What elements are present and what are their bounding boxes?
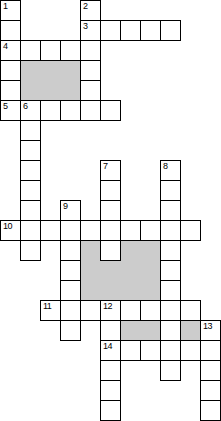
- cell-r16-c5[interactable]: [100, 320, 121, 341]
- cell-r1-c4[interactable]: 3: [80, 20, 101, 41]
- clue-number: 8: [163, 162, 168, 171]
- cell-r4-c2: [40, 80, 61, 101]
- cell-r17-c6[interactable]: [120, 340, 141, 361]
- cell-r17-c5[interactable]: 14: [100, 340, 121, 361]
- clue-number: 4: [3, 42, 8, 51]
- cell-r2-c2[interactable]: [40, 40, 61, 61]
- cell-r5-c1[interactable]: 6: [20, 100, 41, 121]
- cell-r2-c4[interactable]: [80, 40, 101, 61]
- cell-r17-c7[interactable]: [140, 340, 161, 361]
- cell-r0-c4[interactable]: 2: [80, 0, 101, 21]
- cell-r10-c1[interactable]: [20, 200, 41, 221]
- cell-r17-c10[interactable]: [200, 340, 221, 361]
- cell-r5-c4[interactable]: [80, 100, 101, 121]
- cell-r16-c3[interactable]: [60, 320, 81, 341]
- cell-r13-c3[interactable]: [60, 260, 81, 281]
- cell-r5-c5[interactable]: [100, 100, 121, 121]
- clue-number: 3: [83, 22, 88, 31]
- cell-r14-c7: [140, 280, 161, 301]
- cell-r3-c4[interactable]: [80, 60, 101, 81]
- cell-r11-c9[interactable]: [180, 220, 201, 241]
- cell-r12-c8[interactable]: [160, 240, 181, 261]
- cell-r15-c9[interactable]: [180, 300, 201, 321]
- cell-r3-c0[interactable]: [0, 60, 21, 81]
- cell-r4-c4[interactable]: [80, 80, 101, 101]
- cell-r1-c6[interactable]: [120, 20, 141, 41]
- clue-number: 2: [83, 2, 88, 11]
- cell-r12-c4: [80, 240, 101, 261]
- cell-r1-c0[interactable]: [0, 20, 21, 41]
- cell-r3-c2: [40, 60, 61, 81]
- cell-r19-c10[interactable]: [200, 380, 221, 401]
- clue-number: 13: [203, 322, 212, 331]
- clue-number: 7: [103, 162, 108, 171]
- cell-r11-c4[interactable]: [80, 220, 101, 241]
- cell-r2-c0[interactable]: 4: [0, 40, 21, 61]
- cell-r9-c8[interactable]: [160, 180, 181, 201]
- cell-r9-c1[interactable]: [20, 180, 41, 201]
- cell-r11-c1[interactable]: [20, 220, 41, 241]
- cell-r11-c0[interactable]: 10: [0, 220, 21, 241]
- cell-r11-c2[interactable]: [40, 220, 61, 241]
- cell-r4-c3: [60, 80, 81, 101]
- cell-r15-c2[interactable]: 11: [40, 300, 61, 321]
- cell-r0-c0[interactable]: 1: [0, 0, 21, 21]
- cell-r19-c5[interactable]: [100, 380, 121, 401]
- cell-r11-c8[interactable]: [160, 220, 181, 241]
- clue-number: 1: [3, 2, 8, 11]
- cell-r16-c8[interactable]: [160, 320, 181, 341]
- cell-r4-c1: [20, 80, 41, 101]
- cell-r13-c4: [80, 260, 101, 281]
- cell-r11-c5[interactable]: [100, 220, 121, 241]
- clue-number: 12: [103, 302, 112, 311]
- cell-r7-c1[interactable]: [20, 140, 41, 161]
- cell-r3-c1: [20, 60, 41, 81]
- cell-r3-c3: [60, 60, 81, 81]
- cell-r14-c5: [100, 280, 121, 301]
- cell-r10-c8[interactable]: [160, 200, 181, 221]
- cell-r12-c5[interactable]: [100, 240, 121, 261]
- cell-r14-c4: [80, 280, 101, 301]
- cell-r6-c1[interactable]: [20, 120, 41, 141]
- cell-r18-c10[interactable]: [200, 360, 221, 381]
- cell-r8-c8[interactable]: 8: [160, 160, 181, 181]
- clue-number: 5: [3, 102, 8, 111]
- cell-r8-c1[interactable]: [20, 160, 41, 181]
- crossword-grid: 1234567891011121314: [0, 0, 221, 421]
- cell-r15-c3[interactable]: [60, 300, 81, 321]
- cell-r13-c6: [120, 260, 141, 281]
- cell-r12-c7: [140, 240, 161, 261]
- cell-r8-c5[interactable]: 7: [100, 160, 121, 181]
- cell-r13-c8[interactable]: [160, 260, 181, 281]
- cell-r5-c0[interactable]: 5: [0, 100, 21, 121]
- cell-r12-c3[interactable]: [60, 240, 81, 261]
- cell-r16-c7: [140, 320, 161, 341]
- cell-r1-c8[interactable]: [160, 20, 181, 41]
- cell-r14-c6: [120, 280, 141, 301]
- cell-r17-c8[interactable]: [160, 340, 181, 361]
- cell-r4-c0[interactable]: [0, 80, 21, 101]
- cell-r10-c5[interactable]: [100, 200, 121, 221]
- cell-r16-c9: [180, 320, 201, 341]
- cell-r9-c5[interactable]: [100, 180, 121, 201]
- clue-number: 14: [103, 342, 112, 351]
- cell-r12-c6: [120, 240, 141, 261]
- cell-r5-c2[interactable]: [40, 100, 61, 121]
- cell-r10-c3[interactable]: 9: [60, 200, 81, 221]
- cell-r12-c1[interactable]: [20, 240, 41, 261]
- cell-r1-c7[interactable]: [140, 20, 161, 41]
- cell-r11-c6[interactable]: [120, 220, 141, 241]
- cell-r13-c5: [100, 260, 121, 281]
- cell-r18-c5[interactable]: [100, 360, 121, 381]
- clue-number: 9: [63, 202, 68, 211]
- cell-r17-c9[interactable]: [180, 340, 201, 361]
- cell-r11-c3[interactable]: [60, 220, 81, 241]
- clue-number: 11: [43, 302, 51, 311]
- cell-r15-c4[interactable]: [80, 300, 101, 321]
- cell-r14-c8[interactable]: [160, 280, 181, 301]
- cell-r2-c1[interactable]: [20, 40, 41, 61]
- cell-r20-c10[interactable]: [200, 400, 221, 421]
- cell-r1-c5[interactable]: [100, 20, 121, 41]
- cell-r13-c7: [140, 260, 161, 281]
- cell-r11-c7[interactable]: [140, 220, 161, 241]
- cell-r16-c6: [120, 320, 141, 341]
- cell-r14-c3[interactable]: [60, 280, 81, 301]
- cell-r15-c5[interactable]: 12: [100, 300, 121, 321]
- cell-r5-c3[interactable]: [60, 100, 81, 121]
- cell-r16-c10[interactable]: 13: [200, 320, 221, 341]
- cell-r18-c8[interactable]: [160, 360, 181, 381]
- cell-r15-c7[interactable]: [140, 300, 161, 321]
- cell-r15-c8[interactable]: [160, 300, 181, 321]
- cell-r20-c5[interactable]: [100, 400, 121, 421]
- cell-r2-c3[interactable]: [60, 40, 81, 61]
- clue-number: 10: [3, 222, 12, 231]
- clue-number: 6: [23, 102, 28, 111]
- cell-r15-c6[interactable]: [120, 300, 141, 321]
